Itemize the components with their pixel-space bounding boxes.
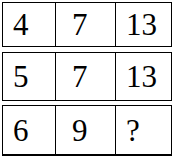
cell-r1-c1: 4	[3, 3, 56, 46]
cell-r2-c3: 13	[116, 53, 171, 100]
puzzle-row-1: 4 7 13	[2, 2, 172, 47]
cell-r2-c1: 5	[3, 53, 56, 100]
cell-r2-c2: 7	[56, 53, 116, 100]
puzzle-row-2: 5 7 13	[2, 52, 172, 101]
cell-r1-c2: 7	[56, 3, 116, 46]
cell-r1-c3: 13	[116, 3, 171, 46]
cell-r3-c3-unknown: ?	[116, 106, 171, 154]
cell-r3-c1: 6	[3, 106, 56, 154]
puzzle-grid: 4 7 13 5 7 13 6 9 ?	[2, 2, 172, 156]
puzzle-row-3: 6 9 ?	[2, 105, 172, 156]
cell-r3-c2: 9	[56, 106, 116, 154]
